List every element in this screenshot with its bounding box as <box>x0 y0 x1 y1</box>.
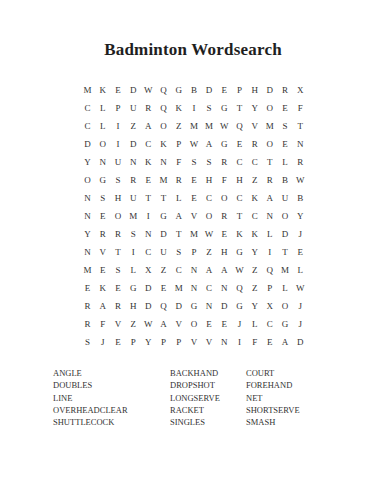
grid-cell-r12c12: Z <box>247 279 262 297</box>
grid-cell-r1c3: E <box>110 81 125 99</box>
grid-cell-r1c13: D <box>262 81 277 99</box>
grid-cell-r6c14: B <box>277 171 292 189</box>
grid-cell-r7c5: T <box>141 189 156 207</box>
grid-cell-r10c1: N <box>80 243 95 261</box>
grid-cell-r7c1: N <box>80 189 95 207</box>
grid-cell-r13c2: A <box>95 297 110 315</box>
grid-cell-r12c8: N <box>186 279 201 297</box>
grid-cell-r5c7: F <box>171 153 186 171</box>
grid-cell-r11c13: Q <box>262 261 277 279</box>
grid-cell-r8c10: R <box>217 207 232 225</box>
grid-cell-r11c15: L <box>293 261 308 279</box>
grid-cell-r2c8: I <box>186 99 201 117</box>
grid-cell-r2c10: G <box>217 99 232 117</box>
grid-cell-r5c8: S <box>186 153 201 171</box>
grid-cell-r5c1: Y <box>80 153 95 171</box>
grid-cell-r8c3: O <box>110 207 125 225</box>
grid-cell-r13c8: G <box>186 297 201 315</box>
grid-cell-r7c4: U <box>126 189 141 207</box>
grid-cell-r8c8: V <box>186 207 201 225</box>
word-item: SINGLES <box>170 416 220 428</box>
grid-cell-r4c12: R <box>247 135 262 153</box>
grid-cell-r2c13: O <box>262 99 277 117</box>
grid-cell-r12c4: G <box>126 279 141 297</box>
grid-cell-r12c14: L <box>277 279 292 297</box>
grid-cell-r7c3: H <box>110 189 125 207</box>
grid-cell-r3c13: M <box>262 117 277 135</box>
grid-cell-r10c7: S <box>171 243 186 261</box>
grid-cell-r9c12: K <box>247 225 262 243</box>
grid-cell-r1c4: D <box>126 81 141 99</box>
grid-cell-r12c2: K <box>95 279 110 297</box>
grid-cell-r3c12: V <box>247 117 262 135</box>
grid-cell-r1c12: H <box>247 81 262 99</box>
grid-cell-r5c4: N <box>126 153 141 171</box>
grid-cell-r15c14: A <box>277 333 292 351</box>
grid-cell-r12c7: M <box>171 279 186 297</box>
grid-cell-r10c14: T <box>277 243 292 261</box>
grid-cell-r13c1: R <box>80 297 95 315</box>
grid-cell-r3c2: L <box>95 117 110 135</box>
grid-cell-r13c9: N <box>202 297 217 315</box>
grid-cell-r4c3: I <box>110 135 125 153</box>
grid-cell-r13c5: D <box>141 297 156 315</box>
word-item: NET <box>246 392 300 404</box>
word-item: SMASH <box>246 416 300 428</box>
word-item: RACKET <box>170 404 220 416</box>
grid-cell-r7c6: T <box>156 189 171 207</box>
grid-cell-r4c14: E <box>277 135 292 153</box>
grid-cell-r1c5: W <box>141 81 156 99</box>
grid-cell-r3c1: C <box>80 117 95 135</box>
grid-cell-r13c14: O <box>277 297 292 315</box>
grid-cell-r5c12: C <box>247 153 262 171</box>
grid-cell-r1c6: Q <box>156 81 171 99</box>
grid-cell-r1c10: E <box>217 81 232 99</box>
grid-cell-r14c4: Z <box>126 315 141 333</box>
grid-cell-r7c8: E <box>186 189 201 207</box>
grid-cell-r1c8: B <box>186 81 201 99</box>
grid-cell-r1c14: R <box>277 81 292 99</box>
word-item: DROPSHOT <box>170 379 220 391</box>
grid-cell-r3c9: M <box>202 117 217 135</box>
grid-cell-r1c9: D <box>202 81 217 99</box>
word-item: SHORTSERVE <box>246 404 300 416</box>
grid-cell-r4c9: A <box>202 135 217 153</box>
word-list-column-3: COURTFOREHANDNETSHORTSERVESMASH <box>246 367 300 428</box>
grid-cell-r14c9: E <box>202 315 217 333</box>
grid-cell-r9c3: R <box>110 225 125 243</box>
grid-cell-r14c1: R <box>80 315 95 333</box>
grid-cell-r3c3: I <box>110 117 125 135</box>
grid-cell-r2c15: F <box>293 99 308 117</box>
grid-cell-r3c11: Q <box>232 117 247 135</box>
grid-cell-r12c15: W <box>293 279 308 297</box>
grid-cell-r4c7: P <box>171 135 186 153</box>
grid-cell-r3c4: Z <box>126 117 141 135</box>
grid-cell-r14c7: V <box>171 315 186 333</box>
grid-cell-r6c9: H <box>202 171 217 189</box>
grid-cell-r2c2: L <box>95 99 110 117</box>
grid-cell-r6c15: W <box>293 171 308 189</box>
grid-cell-r15c11: I <box>232 333 247 351</box>
grid-cell-r5c9: S <box>202 153 217 171</box>
grid-cell-r5c5: K <box>141 153 156 171</box>
grid-cell-r9c6: D <box>156 225 171 243</box>
grid-cell-r7c2: S <box>95 189 110 207</box>
word-item: COURT <box>246 367 300 379</box>
grid-cell-r6c3: S <box>110 171 125 189</box>
grid-cell-r3c8: M <box>186 117 201 135</box>
word-item: FOREHAND <box>246 379 300 391</box>
grid-cell-r10c15: E <box>293 243 308 261</box>
grid-cell-r9c10: E <box>217 225 232 243</box>
grid-cell-r12c9: C <box>202 279 217 297</box>
grid-cell-r5c15: R <box>293 153 308 171</box>
grid-cell-r8c9: O <box>202 207 217 225</box>
grid-cell-r6c1: O <box>80 171 95 189</box>
grid-cell-r8c11: T <box>232 207 247 225</box>
grid-cell-r12c1: E <box>80 279 95 297</box>
grid-cell-r10c2: V <box>95 243 110 261</box>
grid-cell-r14c14: G <box>277 315 292 333</box>
grid-cell-r14c13: C <box>262 315 277 333</box>
grid-cell-r3c10: W <box>217 117 232 135</box>
grid-cell-r6c8: E <box>186 171 201 189</box>
grid-cell-r7c13: A <box>262 189 277 207</box>
grid-cell-r2c1: C <box>80 99 95 117</box>
grid-cell-r10c6: U <box>156 243 171 261</box>
grid-cell-r15c3: E <box>110 333 125 351</box>
grid-cell-r11c2: E <box>95 261 110 279</box>
grid-cell-r3c15: T <box>293 117 308 135</box>
grid-cell-r6c11: H <box>232 171 247 189</box>
grid-cell-r13c10: D <box>217 297 232 315</box>
grid-cell-r12c13: P <box>262 279 277 297</box>
grid-cell-r14c10: E <box>217 315 232 333</box>
grid-cell-r4c13: O <box>262 135 277 153</box>
grid-cell-r9c11: K <box>232 225 247 243</box>
grid-cell-r13c7: D <box>171 297 186 315</box>
grid-cell-r5c6: N <box>156 153 171 171</box>
grid-cell-r6c5: E <box>141 171 156 189</box>
grid-cell-r15c6: P <box>156 333 171 351</box>
grid-cell-r11c10: A <box>217 261 232 279</box>
grid-cell-r10c10: H <box>217 243 232 261</box>
grid-cell-r6c12: Z <box>247 171 262 189</box>
grid-cell-r7c10: O <box>217 189 232 207</box>
grid-cell-r7c7: L <box>171 189 186 207</box>
word-item: BACKHAND <box>170 367 220 379</box>
grid-cell-r1c11: P <box>232 81 247 99</box>
word-item: ANGLE <box>53 367 128 379</box>
grid-cell-r11c4: L <box>126 261 141 279</box>
grid-cell-r9c14: D <box>277 225 292 243</box>
word-item: LONGSERVE <box>170 392 220 404</box>
grid-cell-r6c13: R <box>262 171 277 189</box>
grid-cell-r8c4: M <box>126 207 141 225</box>
grid-cell-r9c2: R <box>95 225 110 243</box>
grid-cell-r9c1: Y <box>80 225 95 243</box>
grid-cell-r15c4: P <box>126 333 141 351</box>
grid-cell-r4c1: D <box>80 135 95 153</box>
word-item: OVERHEADCLEAR <box>53 404 128 416</box>
grid-cell-r13c11: G <box>232 297 247 315</box>
grid-cell-r1c1: M <box>80 81 95 99</box>
grid-cell-r14c5: W <box>141 315 156 333</box>
grid-cell-r9c5: N <box>141 225 156 243</box>
grid-cell-r14c11: J <box>232 315 247 333</box>
grid-cell-r12c5: D <box>141 279 156 297</box>
grid-cell-r12c11: Q <box>232 279 247 297</box>
grid-cell-r13c4: H <box>126 297 141 315</box>
grid-cell-r2c6: Q <box>156 99 171 117</box>
grid-cell-r1c7: G <box>171 81 186 99</box>
grid-cell-r14c3: V <box>110 315 125 333</box>
grid-cell-r6c6: M <box>156 171 171 189</box>
grid-cell-r8c14: O <box>277 207 292 225</box>
grid-cell-r14c8: O <box>186 315 201 333</box>
grid-cell-r11c8: N <box>186 261 201 279</box>
grid-cell-r9c9: W <box>202 225 217 243</box>
grid-cell-r2c14: E <box>277 99 292 117</box>
grid-cell-r7c12: K <box>247 189 262 207</box>
grid-cell-r10c11: G <box>232 243 247 261</box>
grid-cell-r11c3: S <box>110 261 125 279</box>
grid-cell-r2c5: R <box>141 99 156 117</box>
grid-cell-r6c4: R <box>126 171 141 189</box>
grid-cell-r13c6: Q <box>156 297 171 315</box>
grid-cell-r4c11: E <box>232 135 247 153</box>
grid-cell-r4c8: W <box>186 135 201 153</box>
grid-cell-r15c2: J <box>95 333 110 351</box>
grid-cell-r6c10: F <box>217 171 232 189</box>
grid-cell-r12c6: E <box>156 279 171 297</box>
word-list-column-2: BACKHANDDROPSHOTLONGSERVERACKETSINGLES <box>170 367 220 428</box>
grid-cell-r3c6: O <box>156 117 171 135</box>
grid-cell-r3c7: Z <box>171 117 186 135</box>
grid-cell-r11c6: Z <box>156 261 171 279</box>
grid-cell-r14c15: J <box>293 315 308 333</box>
grid-cell-r2c7: K <box>171 99 186 117</box>
grid-cell-r12c10: N <box>217 279 232 297</box>
grid-cell-r15c13: E <box>262 333 277 351</box>
grid-cell-r5c2: N <box>95 153 110 171</box>
grid-cell-r9c13: L <box>262 225 277 243</box>
grid-cell-r2c9: S <box>202 99 217 117</box>
grid-cell-r4c5: C <box>141 135 156 153</box>
grid-cell-r7c9: C <box>202 189 217 207</box>
grid-cell-r15c5: Y <box>141 333 156 351</box>
grid-cell-r15c8: V <box>186 333 201 351</box>
grid-cell-r10c3: T <box>110 243 125 261</box>
grid-cell-r10c5: C <box>141 243 156 261</box>
grid-cell-r8c5: I <box>141 207 156 225</box>
word-item: LINE <box>53 392 128 404</box>
grid-cell-r13c13: X <box>262 297 277 315</box>
grid-cell-r2c11: T <box>232 99 247 117</box>
grid-cell-r6c2: G <box>95 171 110 189</box>
grid-cell-r10c12: Y <box>247 243 262 261</box>
grid-cell-r6c7: R <box>171 171 186 189</box>
grid-cell-r8c15: Y <box>293 207 308 225</box>
grid-cell-r7c14: U <box>277 189 292 207</box>
grid-cell-r14c2: F <box>95 315 110 333</box>
grid-cell-r8c2: E <box>95 207 110 225</box>
grid-cell-r1c15: X <box>293 81 308 99</box>
grid-cell-r5c14: L <box>277 153 292 171</box>
grid-cell-r9c7: T <box>171 225 186 243</box>
grid-cell-r2c12: Y <box>247 99 262 117</box>
grid-cell-r4c6: K <box>156 135 171 153</box>
grid-cell-r13c15: J <box>293 297 308 315</box>
grid-cell-r11c14: M <box>277 261 292 279</box>
grid-cell-r5c11: C <box>232 153 247 171</box>
grid-cell-r13c12: Y <box>247 297 262 315</box>
grid-cell-r10c9: Z <box>202 243 217 261</box>
worksheet-page: Badminton Wordsearch MKEDWQGBDEPHDRXCLPU… <box>0 0 386 500</box>
grid-cell-r3c14: S <box>277 117 292 135</box>
grid-cell-r15c9: V <box>202 333 217 351</box>
grid-cell-r4c10: G <box>217 135 232 153</box>
grid-cell-r11c1: M <box>80 261 95 279</box>
grid-cell-r11c7: C <box>171 261 186 279</box>
grid-cell-r9c15: J <box>293 225 308 243</box>
grid-cell-r3c5: A <box>141 117 156 135</box>
puzzle-title: Badminton Wordsearch <box>0 40 386 60</box>
grid-cell-r8c13: N <box>262 207 277 225</box>
grid-cell-r14c6: A <box>156 315 171 333</box>
grid-cell-r10c13: I <box>262 243 277 261</box>
grid-cell-r8c7: A <box>171 207 186 225</box>
grid-cell-r2c4: U <box>126 99 141 117</box>
wordsearch-grid: MKEDWQGBDEPHDRXCLPURQKISGTYOEFCLIZAOZMMW… <box>80 81 308 351</box>
grid-cell-r11c9: A <box>202 261 217 279</box>
grid-cell-r5c13: T <box>262 153 277 171</box>
grid-cell-r15c1: S <box>80 333 95 351</box>
grid-cell-r1c2: K <box>95 81 110 99</box>
grid-cell-r4c4: D <box>126 135 141 153</box>
grid-cell-r10c4: I <box>126 243 141 261</box>
grid-cell-r9c4: S <box>126 225 141 243</box>
grid-cell-r8c12: C <box>247 207 262 225</box>
grid-cell-r7c11: C <box>232 189 247 207</box>
grid-cell-r7c15: B <box>293 189 308 207</box>
word-item: SHUTTLECOCK <box>53 416 128 428</box>
grid-cell-r15c12: F <box>247 333 262 351</box>
grid-cell-r14c12: L <box>247 315 262 333</box>
grid-cell-r5c3: U <box>110 153 125 171</box>
grid-cell-r15c10: N <box>217 333 232 351</box>
grid-cell-r13c3: R <box>110 297 125 315</box>
grid-cell-r12c3: E <box>110 279 125 297</box>
grid-cell-r15c15: D <box>293 333 308 351</box>
word-list-column-1: ANGLEDOUBLESLINEOVERHEADCLEARSHUTTLECOCK <box>53 367 128 428</box>
grid-cell-r4c2: O <box>95 135 110 153</box>
grid-cell-r9c8: M <box>186 225 201 243</box>
grid-cell-r11c12: Z <box>247 261 262 279</box>
grid-cell-r11c11: W <box>232 261 247 279</box>
grid-cell-r8c6: G <box>156 207 171 225</box>
grid-cell-r10c8: P <box>186 243 201 261</box>
grid-cell-r8c1: N <box>80 207 95 225</box>
grid-cell-r5c10: R <box>217 153 232 171</box>
grid-cell-r4c15: N <box>293 135 308 153</box>
grid-cell-r15c7: P <box>171 333 186 351</box>
grid-cell-r2c3: P <box>110 99 125 117</box>
word-item: DOUBLES <box>53 379 128 391</box>
grid-cell-r11c5: X <box>141 261 156 279</box>
